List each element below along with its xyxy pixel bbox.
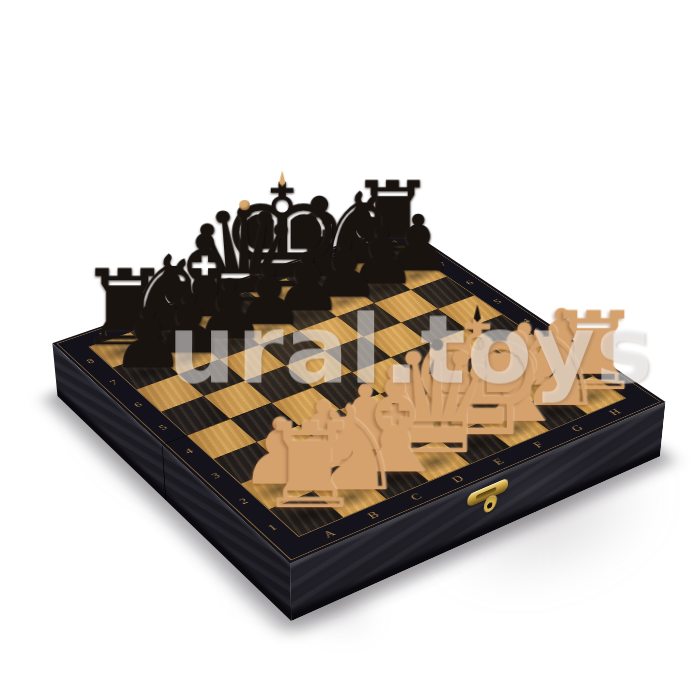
board-3d-stage: 87654321 87654321 ABCDEFGH ABCDEFGH ♜♞♝♛…	[0, 0, 700, 700]
white-rook-glyph: ♜	[257, 419, 363, 516]
chess-board: 87654321 87654321 ABCDEFGH ABCDEFGH ♜♞♝♛…	[52, 224, 665, 563]
black-pawn-glyph: ♟	[111, 304, 186, 373]
black-queen-finial	[239, 200, 249, 210]
white-queen-finial	[431, 339, 443, 351]
fold-seam-side	[162, 445, 167, 501]
chess-set-photo: 87654321 87654321 ABCDEFGH ABCDEFGH ♜♞♝♛…	[0, 0, 700, 700]
